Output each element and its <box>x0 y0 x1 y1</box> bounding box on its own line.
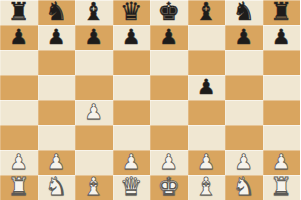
black-bishop[interactable]: ♝ <box>83 0 105 24</box>
chess-board: ♜♞♝♛♚♝♞♜♟♟♟♟♟♟♟♟♟♟♟♟♟♟♟♟♜♞♝♛♚♝♞♜ <box>0 0 300 200</box>
white-pawn[interactable]: ♟ <box>47 152 66 173</box>
square-f1[interactable]: ♝ <box>188 175 226 200</box>
square-h4[interactable] <box>263 100 301 125</box>
black-pawn[interactable]: ♟ <box>272 27 291 48</box>
square-b5[interactable] <box>38 75 76 100</box>
white-bishop[interactable]: ♝ <box>195 174 217 199</box>
black-pawn[interactable]: ♟ <box>47 27 66 48</box>
square-c5[interactable] <box>75 75 113 100</box>
square-a6[interactable] <box>0 50 38 75</box>
square-a3[interactable] <box>0 125 38 150</box>
square-d6[interactable] <box>113 50 151 75</box>
black-pawn[interactable]: ♟ <box>197 77 216 98</box>
square-c3[interactable] <box>75 125 113 150</box>
square-g6[interactable] <box>225 50 263 75</box>
square-a4[interactable] <box>0 100 38 125</box>
square-b6[interactable] <box>38 50 76 75</box>
square-a1[interactable]: ♜ <box>0 175 38 200</box>
white-pawn[interactable]: ♟ <box>234 152 253 173</box>
black-pawn[interactable]: ♟ <box>122 27 141 48</box>
black-pawn[interactable]: ♟ <box>9 27 28 48</box>
white-pawn[interactable]: ♟ <box>84 102 103 123</box>
square-c4[interactable]: ♟ <box>75 100 113 125</box>
black-pawn[interactable]: ♟ <box>234 27 253 48</box>
white-knight[interactable]: ♞ <box>233 174 255 199</box>
black-rook[interactable]: ♜ <box>8 0 30 24</box>
square-b8[interactable]: ♞ <box>38 0 76 25</box>
black-knight[interactable]: ♞ <box>233 0 255 24</box>
white-queen[interactable]: ♛ <box>120 174 142 199</box>
square-b1[interactable]: ♞ <box>38 175 76 200</box>
square-f3[interactable] <box>188 125 226 150</box>
square-d5[interactable] <box>113 75 151 100</box>
square-g8[interactable]: ♞ <box>225 0 263 25</box>
square-f5[interactable]: ♟ <box>188 75 226 100</box>
square-e3[interactable] <box>150 125 188 150</box>
square-c8[interactable]: ♝ <box>75 0 113 25</box>
square-b4[interactable] <box>38 100 76 125</box>
square-b7[interactable]: ♟ <box>38 25 76 50</box>
white-rook[interactable]: ♜ <box>8 174 30 199</box>
white-king[interactable]: ♚ <box>158 174 180 199</box>
square-d1[interactable]: ♛ <box>113 175 151 200</box>
black-queen[interactable]: ♛ <box>120 0 142 24</box>
square-g4[interactable] <box>225 100 263 125</box>
black-rook[interactable]: ♜ <box>270 0 292 24</box>
square-e6[interactable] <box>150 50 188 75</box>
white-pawn[interactable]: ♟ <box>122 152 141 173</box>
square-e1[interactable]: ♚ <box>150 175 188 200</box>
square-h6[interactable] <box>263 50 301 75</box>
square-g5[interactable] <box>225 75 263 100</box>
square-g1[interactable]: ♞ <box>225 175 263 200</box>
square-c6[interactable] <box>75 50 113 75</box>
square-e8[interactable]: ♚ <box>150 0 188 25</box>
white-pawn[interactable]: ♟ <box>272 152 291 173</box>
square-e4[interactable] <box>150 100 188 125</box>
black-pawn[interactable]: ♟ <box>84 27 103 48</box>
square-f8[interactable]: ♝ <box>188 0 226 25</box>
square-g7[interactable]: ♟ <box>225 25 263 50</box>
white-pawn[interactable]: ♟ <box>197 152 216 173</box>
square-a8[interactable]: ♜ <box>0 0 38 25</box>
white-knight[interactable]: ♞ <box>45 174 67 199</box>
square-d4[interactable] <box>113 100 151 125</box>
square-c1[interactable]: ♝ <box>75 175 113 200</box>
black-pawn[interactable]: ♟ <box>159 27 178 48</box>
white-bishop[interactable]: ♝ <box>83 174 105 199</box>
square-b3[interactable] <box>38 125 76 150</box>
square-d7[interactable]: ♟ <box>113 25 151 50</box>
square-h1[interactable]: ♜ <box>263 175 301 200</box>
square-h3[interactable] <box>263 125 301 150</box>
square-e7[interactable]: ♟ <box>150 25 188 50</box>
white-rook[interactable]: ♜ <box>270 174 292 199</box>
square-e5[interactable] <box>150 75 188 100</box>
square-f4[interactable] <box>188 100 226 125</box>
white-pawn[interactable]: ♟ <box>9 152 28 173</box>
square-h7[interactable]: ♟ <box>263 25 301 50</box>
white-pawn[interactable]: ♟ <box>159 152 178 173</box>
square-a5[interactable] <box>0 75 38 100</box>
black-king[interactable]: ♚ <box>158 0 180 24</box>
square-h5[interactable] <box>263 75 301 100</box>
black-bishop[interactable]: ♝ <box>195 0 217 24</box>
square-c7[interactable]: ♟ <box>75 25 113 50</box>
square-d8[interactable]: ♛ <box>113 0 151 25</box>
square-f7[interactable] <box>188 25 226 50</box>
black-knight[interactable]: ♞ <box>45 0 67 24</box>
square-h8[interactable]: ♜ <box>263 0 301 25</box>
square-d3[interactable] <box>113 125 151 150</box>
square-g3[interactable] <box>225 125 263 150</box>
square-f6[interactable] <box>188 50 226 75</box>
square-a7[interactable]: ♟ <box>0 25 38 50</box>
